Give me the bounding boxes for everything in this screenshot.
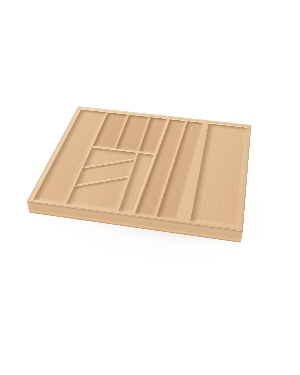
product-photo-canvas: [0, 0, 300, 375]
diagonal-divider-1: [82, 158, 137, 169]
tray-3d-body: [29, 117, 249, 243]
diagonal-divider-2: [74, 176, 131, 188]
